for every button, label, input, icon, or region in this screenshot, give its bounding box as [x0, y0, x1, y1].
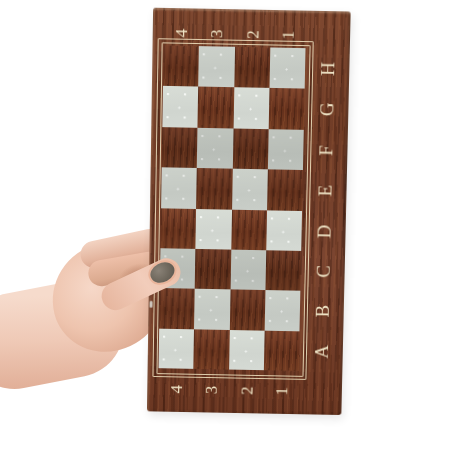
rank-labels-top: 4321	[164, 20, 306, 48]
board-square	[265, 250, 301, 291]
board-square	[266, 210, 302, 251]
file-label: A	[301, 336, 342, 366]
file-label: G	[306, 94, 347, 125]
board-square	[162, 127, 198, 168]
board-square	[229, 330, 265, 371]
board-square	[231, 209, 267, 250]
board-square	[197, 128, 233, 169]
board-square	[195, 249, 231, 290]
file-labels-right: HGFEDCBA	[306, 48, 343, 371]
board-square	[232, 169, 268, 210]
photo-scene: 4321 HGFEDCBA 4321	[0, 0, 450, 450]
chessboard-tilt-wrapper: 4321 HGFEDCBA 4321	[147, 8, 351, 415]
chessboard: 4321 HGFEDCBA 4321	[147, 8, 351, 415]
board-square	[267, 169, 303, 210]
board-square	[264, 290, 300, 331]
board-square	[198, 46, 234, 87]
board-square	[159, 328, 195, 369]
rank-labels-bottom: 4321	[158, 376, 298, 404]
board-square	[159, 288, 195, 329]
board-square	[268, 129, 304, 170]
clasp-glint	[150, 301, 153, 308]
board-square	[160, 208, 196, 249]
board-square	[194, 289, 230, 330]
file-label: H	[307, 53, 348, 84]
rank-label-bottom: 2	[232, 373, 258, 408]
board-square	[198, 87, 234, 128]
rank-label-bottom: 3	[198, 372, 224, 407]
board-square	[234, 47, 270, 88]
file-label: D	[303, 216, 344, 247]
board-square	[269, 47, 305, 88]
file-label: B	[301, 296, 342, 327]
board-square	[230, 249, 266, 290]
checkerboard	[159, 45, 306, 370]
board-square	[229, 290, 265, 331]
rank-label-bottom: 4	[163, 372, 189, 407]
board-square	[268, 88, 304, 129]
board-square	[161, 167, 197, 208]
board-square	[233, 88, 269, 129]
file-label: F	[305, 135, 346, 166]
rank-label-bottom: 1	[267, 374, 294, 409]
board-square	[196, 168, 232, 209]
board-square	[194, 329, 230, 370]
board-square	[264, 330, 300, 371]
file-label: C	[302, 256, 343, 287]
file-label: E	[304, 175, 345, 206]
board-square	[232, 128, 268, 169]
board-square	[163, 45, 199, 86]
board-square	[196, 209, 232, 250]
board-square	[162, 86, 198, 127]
